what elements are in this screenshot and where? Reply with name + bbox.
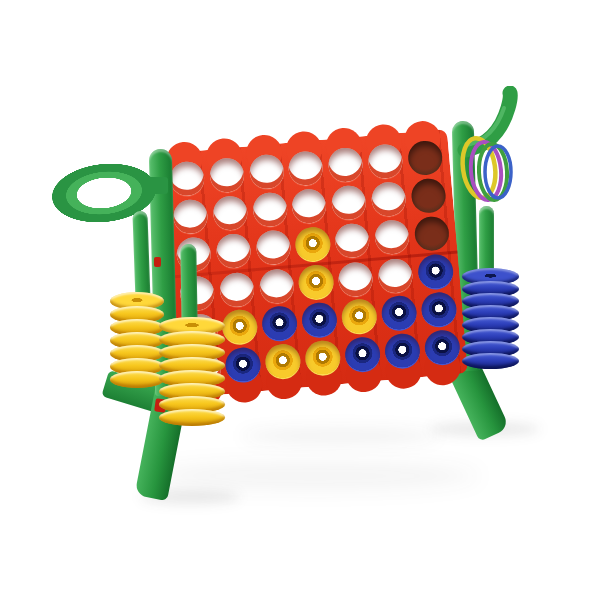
cell-r5c2 bbox=[219, 307, 262, 349]
storage-peg-left-rear bbox=[132, 211, 150, 303]
cell-r6c5 bbox=[341, 334, 384, 376]
cell-r5c6 bbox=[377, 293, 420, 335]
yellow-disc bbox=[297, 264, 335, 302]
blue-disc bbox=[380, 295, 418, 333]
empty-hole bbox=[327, 147, 364, 184]
empty-hole bbox=[258, 268, 295, 305]
empty-hole bbox=[251, 192, 288, 229]
empty-hole bbox=[374, 219, 411, 256]
yellow-stack-left bbox=[110, 292, 164, 388]
yellow-disc bbox=[340, 298, 378, 336]
blue-stacked-disc bbox=[462, 353, 519, 369]
blue-stack-right bbox=[462, 268, 519, 369]
blue-disc bbox=[423, 329, 461, 367]
cell-r5c5 bbox=[338, 296, 381, 338]
empty-hole bbox=[367, 143, 404, 180]
blue-disc bbox=[301, 302, 339, 340]
empty-hole bbox=[215, 233, 252, 270]
cell-r4c4 bbox=[295, 262, 338, 303]
floor-shadow bbox=[150, 462, 480, 490]
empty-hole bbox=[218, 271, 255, 308]
yellow-stacked-disc bbox=[159, 409, 225, 426]
cell-r6c4 bbox=[301, 338, 344, 380]
cell-r3c7 bbox=[410, 213, 453, 255]
empty-hole bbox=[377, 257, 414, 294]
empty-hole bbox=[331, 185, 368, 222]
yellow-disc bbox=[294, 226, 332, 264]
cell-r4c6 bbox=[374, 255, 417, 296]
ring-toss-rings bbox=[458, 132, 524, 210]
cell-r2c5 bbox=[328, 182, 371, 224]
empty-hole bbox=[334, 223, 371, 260]
cell-r6c7 bbox=[420, 327, 463, 369]
empty-hole bbox=[208, 157, 245, 194]
floor-shadow bbox=[240, 428, 440, 444]
blue-disc bbox=[383, 333, 421, 371]
empty-hole bbox=[169, 160, 206, 197]
blue-disc bbox=[224, 347, 262, 385]
cell-r1c5 bbox=[324, 144, 367, 185]
blue-disc bbox=[344, 336, 382, 374]
empty-hole bbox=[255, 230, 292, 267]
empty-hole bbox=[370, 181, 407, 218]
cell-r4c3 bbox=[255, 265, 298, 306]
cell-r3c5 bbox=[331, 220, 374, 262]
cell-r4c7 bbox=[414, 251, 457, 292]
cell-r1c6 bbox=[364, 141, 407, 182]
blue-disc bbox=[261, 305, 299, 343]
cell-r3c2 bbox=[212, 231, 255, 273]
empty-hole bbox=[172, 198, 209, 235]
cell-r3c3 bbox=[252, 227, 295, 269]
cell-r2c7 bbox=[407, 175, 450, 217]
cell-r1c2 bbox=[205, 155, 248, 196]
cell-r6c3 bbox=[262, 341, 305, 383]
cell-r5c7 bbox=[417, 289, 460, 331]
empty-hole bbox=[291, 188, 328, 225]
yellow-disc bbox=[264, 343, 302, 381]
empty-hole bbox=[248, 153, 285, 190]
empty-hole bbox=[337, 261, 374, 298]
cell-r2c2 bbox=[209, 193, 252, 235]
cell-r5c4 bbox=[298, 300, 341, 342]
product-photo-giant-connect-four bbox=[0, 0, 600, 600]
cell-r5c3 bbox=[258, 303, 301, 345]
cell-r6c2 bbox=[222, 345, 265, 387]
yellow-disc bbox=[221, 309, 259, 347]
cell-r3c4 bbox=[291, 224, 334, 266]
red-clip bbox=[154, 257, 161, 267]
blue-disc bbox=[416, 253, 454, 291]
cell-r2c4 bbox=[288, 186, 331, 228]
cell-r2c6 bbox=[367, 179, 410, 221]
yellow-stack-front bbox=[159, 317, 225, 426]
empty-hole bbox=[414, 216, 451, 253]
cell-r2c3 bbox=[248, 189, 291, 231]
cell-r1c7 bbox=[404, 137, 447, 178]
empty-hole bbox=[288, 150, 325, 187]
cell-r2c1 bbox=[169, 196, 212, 237]
yellow-stacked-disc bbox=[110, 371, 164, 388]
cell-r4c2 bbox=[215, 269, 258, 310]
empty-hole bbox=[410, 178, 447, 215]
cell-r4c5 bbox=[334, 258, 377, 299]
cell-r1c4 bbox=[285, 148, 328, 189]
empty-hole bbox=[212, 195, 249, 232]
cell-r3c6 bbox=[371, 217, 414, 259]
blue-disc bbox=[420, 291, 458, 329]
empty-hole bbox=[407, 140, 444, 177]
cell-r6c6 bbox=[381, 331, 424, 373]
cell-r1c3 bbox=[245, 151, 288, 192]
yellow-disc bbox=[304, 340, 342, 378]
